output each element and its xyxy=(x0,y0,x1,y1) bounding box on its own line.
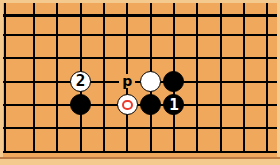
go-diagram: 21p xyxy=(0,0,280,165)
black-stone xyxy=(140,94,161,115)
point-label-p[interactable]: p xyxy=(119,74,135,88)
white-stone xyxy=(140,71,161,92)
black-stone xyxy=(163,71,184,92)
white-stone-marked xyxy=(117,94,138,115)
black-stone xyxy=(70,94,91,115)
black-stone-move-1: 1 xyxy=(163,94,184,115)
move-number: 1 xyxy=(169,97,179,113)
red-circle-mark xyxy=(122,100,133,111)
stones-layer: 21p xyxy=(0,0,280,165)
move-number: 2 xyxy=(76,73,86,89)
white-stone-move-2: 2 xyxy=(70,71,91,92)
